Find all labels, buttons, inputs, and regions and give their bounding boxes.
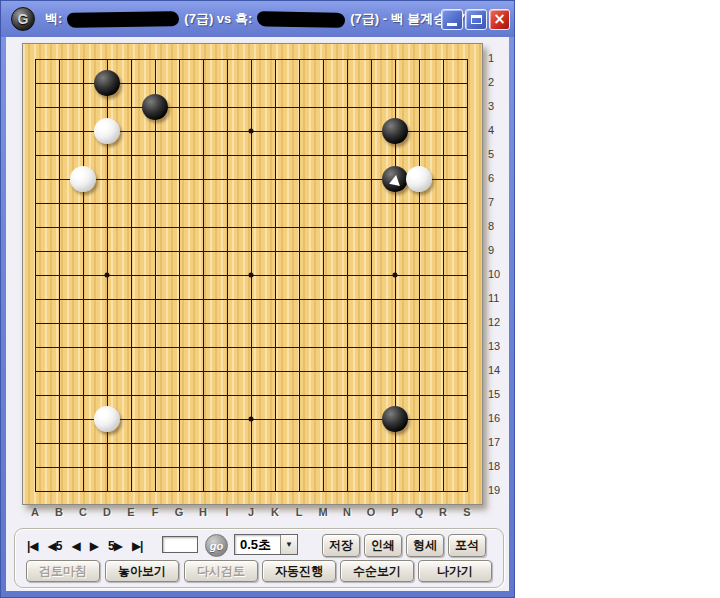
column-label-B: B — [50, 506, 68, 518]
nav-forward-5-button[interactable]: 5▶ — [108, 540, 122, 552]
grid-line — [35, 467, 468, 468]
button-저장[interactable]: 저장 — [322, 534, 360, 557]
column-label-H: H — [194, 506, 212, 518]
column-label-O: O — [362, 506, 380, 518]
app-logo-icon: G — [11, 7, 35, 31]
row-label-13: 13 — [488, 340, 510, 352]
last-move-marker — [389, 174, 402, 186]
star-point — [105, 273, 110, 278]
button-수순보기[interactable]: 수순보기 — [340, 560, 414, 582]
column-label-I: I — [218, 506, 236, 518]
column-label-M: M — [314, 506, 332, 518]
delay-value: 0.5초 — [235, 536, 280, 554]
row-label-11: 11 — [488, 292, 510, 304]
star-point — [249, 417, 254, 422]
row-label-14: 14 — [488, 364, 510, 376]
row-label-3: 3 — [488, 100, 510, 112]
row-label-17: 17 — [488, 436, 510, 448]
column-label-C: C — [74, 506, 92, 518]
button-놓아보기[interactable]: 놓아보기 — [105, 560, 179, 582]
button-자동진행[interactable]: 자동진행 — [262, 560, 336, 582]
white-stone-Q6 — [406, 166, 432, 192]
row-label-19: 19 — [488, 484, 510, 496]
move-navigation: |◀◀5◀▶5▶▶| — [27, 538, 142, 554]
row-label-8: 8 — [488, 220, 510, 232]
grid-line — [299, 59, 300, 492]
maximize-button[interactable] — [465, 9, 487, 30]
game-window: G 백: (7급) vs 흑: (7급) - 백 불계승(47수) × 1234… — [0, 0, 515, 598]
button-다시검토[interactable]: 다시검토 — [184, 560, 258, 582]
button-포석[interactable]: 포석 — [448, 534, 486, 557]
redacted-white-player-name — [67, 11, 179, 28]
column-label-K: K — [266, 506, 284, 518]
star-point — [249, 129, 254, 134]
app-logo-letter: G — [18, 11, 29, 27]
nav-go-start-button[interactable]: |◀ — [27, 540, 38, 552]
grid-line — [35, 491, 468, 492]
grid-line — [323, 59, 324, 492]
row-label-1: 1 — [488, 52, 510, 64]
column-label-D: D — [98, 506, 116, 518]
grid-line — [35, 323, 468, 324]
grid-line — [35, 443, 468, 444]
row-label-10: 10 — [488, 268, 510, 280]
column-label-S: S — [458, 506, 476, 518]
go-button[interactable]: go — [205, 534, 228, 557]
row-label-9: 9 — [488, 244, 510, 256]
column-label-N: N — [338, 506, 356, 518]
grid-line — [419, 59, 420, 492]
nav-back-1-button[interactable]: ◀ — [72, 540, 80, 552]
grid-line — [35, 371, 468, 372]
white-stone-D4 — [94, 118, 120, 144]
row-label-12: 12 — [488, 316, 510, 328]
grid-line — [35, 299, 468, 300]
row-label-6: 6 — [488, 172, 510, 184]
minimize-button[interactable] — [441, 9, 463, 30]
grid-line — [35, 395, 468, 396]
row-label-4: 4 — [488, 124, 510, 136]
column-label-F: F — [146, 506, 164, 518]
black-stone-P16 — [382, 406, 408, 432]
button-형세[interactable]: 형세 — [406, 534, 444, 557]
nav-forward-1-button[interactable]: ▶ — [90, 540, 98, 552]
nav-back-5-button[interactable]: ◀5 — [48, 540, 62, 552]
grid-line — [347, 59, 348, 492]
grid-line — [371, 59, 372, 492]
star-point — [393, 273, 398, 278]
title-white-label: 백: — [45, 10, 62, 28]
dropdown-arrow-icon[interactable]: ▼ — [280, 535, 297, 554]
button-검토마침[interactable]: 검토마침 — [26, 560, 100, 582]
row-label-2: 2 — [488, 76, 510, 88]
grid-line — [443, 59, 444, 492]
goban[interactable] — [22, 43, 483, 505]
black-stone-D2 — [94, 70, 120, 96]
nav-go-end-button[interactable]: ▶| — [132, 540, 143, 552]
grid-line — [275, 59, 276, 492]
column-label-G: G — [170, 506, 188, 518]
row-label-7: 7 — [488, 196, 510, 208]
title-middle: (7급) vs 흑: — [184, 10, 252, 28]
button-인쇄[interactable]: 인쇄 — [364, 534, 402, 557]
grid-line — [35, 347, 468, 348]
white-stone-C6 — [70, 166, 96, 192]
column-label-A: A — [26, 506, 44, 518]
grid-line — [467, 59, 468, 492]
redacted-black-player-name — [257, 11, 345, 28]
column-label-R: R — [434, 506, 452, 518]
black-stone-F3 — [142, 94, 168, 120]
column-label-Q: Q — [410, 506, 428, 518]
maximize-icon — [471, 15, 482, 24]
row-label-5: 5 — [488, 148, 510, 160]
delay-dropdown[interactable]: 0.5초 ▼ — [234, 534, 298, 555]
row-label-15: 15 — [488, 388, 510, 400]
row-label-16: 16 — [488, 412, 510, 424]
column-label-L: L — [290, 506, 308, 518]
close-button[interactable]: × — [489, 9, 510, 30]
black-stone-P4 — [382, 118, 408, 144]
white-stone-D16 — [94, 406, 120, 432]
column-label-J: J — [242, 506, 260, 518]
button-나가기[interactable]: 나가기 — [418, 560, 492, 582]
column-label-P: P — [386, 506, 404, 518]
row-label-18: 18 — [488, 460, 510, 472]
minimize-icon — [447, 23, 457, 26]
window-title: 백: (7급) vs 흑: (7급) - 백 불계승(47수) — [43, 1, 484, 37]
move-number-input[interactable] — [162, 536, 198, 553]
titlebar[interactable]: G 백: (7급) vs 흑: (7급) - 백 불계승(47수) × — [1, 1, 514, 37]
column-label-E: E — [122, 506, 140, 518]
window-controls: × — [441, 9, 510, 30]
black-stone-P6 — [382, 166, 408, 192]
star-point — [249, 273, 254, 278]
close-icon: × — [493, 12, 506, 27]
